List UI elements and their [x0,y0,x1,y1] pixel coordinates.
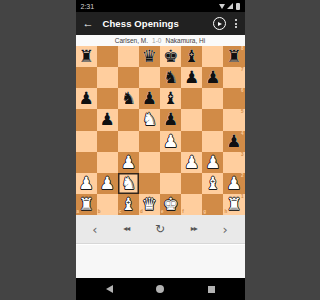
phone-screen: 2:31 ← Chess Openings Carlsen, M. 1-0 Na… [76,0,245,300]
white-player-name: Carlsen, M. [115,37,148,44]
chess-board: ♜♛♚♝♜8♞♟♟7♟♞♟♝6♟♞♟5♟♟4♟♟♟3♟♟♞♝♟2♜ab♝c♛d♚… [76,46,245,215]
square-h3[interactable]: 3 [223,152,244,173]
square-c4[interactable] [118,131,139,152]
white-pawn-g3: ♟ [205,154,220,171]
square-c1[interactable]: ♝c [118,194,139,215]
square-g6[interactable] [202,88,223,109]
square-b4[interactable] [97,131,118,152]
black-knight-e7: ♞ [163,69,178,86]
wifi-icon [219,4,225,9]
square-a2[interactable]: ♟ [76,173,97,194]
square-b2[interactable]: ♟ [97,173,118,194]
rank-label-4: 4 [241,132,244,137]
next-move-button[interactable]: › [222,223,227,236]
cellular-signal-icon [227,3,233,9]
overflow-menu-icon[interactable] [235,19,237,28]
black-pawn-h4: ♟ [226,133,241,150]
white-pawn-e4: ♟ [163,133,178,150]
white-pawn-h2: ♟ [226,175,241,192]
black-player-name: Nakamura, Hi [165,37,205,44]
rank-label-8: 8 [241,47,244,52]
square-f5[interactable] [181,109,202,130]
square-a7[interactable] [76,67,97,88]
square-a5[interactable] [76,109,97,130]
square-e6[interactable]: ♝ [160,88,181,109]
black-knight-c6: ♞ [121,90,136,107]
square-f8[interactable]: ♝ [181,46,202,67]
recents-square-icon[interactable] [208,286,215,293]
square-d5[interactable]: ♞ [139,109,160,130]
white-rook-a1: ♜ [78,196,93,213]
app-title: Chess Openings [103,18,179,29]
move-controls: ‹◂◂↻▸▸› [76,215,245,244]
square-g5[interactable] [202,109,223,130]
square-c3[interactable]: ♟ [118,152,139,173]
status-time: 2:31 [81,3,95,10]
square-c8[interactable] [118,46,139,67]
white-pawn-f3: ♟ [184,154,199,171]
rank-label-3: 3 [241,153,244,158]
square-g3[interactable]: ♟ [202,152,223,173]
app-bar: ← Chess Openings [76,12,245,35]
square-f2[interactable] [181,173,202,194]
square-f4[interactable] [181,131,202,152]
white-pawn-a2: ♟ [78,175,93,192]
square-g4[interactable] [202,131,223,152]
status-bar: 2:31 [76,0,245,12]
square-f6[interactable] [181,88,202,109]
square-h8[interactable]: ♜8 [223,46,244,67]
square-d1[interactable]: ♛d [139,194,160,215]
game-result: 1-0 [152,37,161,44]
android-nav-bar [76,278,245,300]
square-b5[interactable]: ♟ [97,109,118,130]
home-circle-icon[interactable] [156,285,164,293]
content-panel [76,244,245,278]
square-b3[interactable] [97,152,118,173]
rewind-to-start-button[interactable]: ◂◂ [123,225,129,233]
square-b8[interactable] [97,46,118,67]
white-queen-d1: ♛ [142,196,157,213]
play-circle-icon[interactable] [213,17,226,30]
square-d3[interactable] [139,152,160,173]
square-c2[interactable]: ♞ [118,173,139,194]
black-queen-d8: ♛ [142,48,157,65]
file-label-d: d [140,210,143,215]
square-g8[interactable] [202,46,223,67]
square-d6[interactable]: ♟ [139,88,160,109]
square-d2[interactable] [139,173,160,194]
square-d8[interactable]: ♛ [139,46,160,67]
black-pawn-g7: ♟ [205,69,220,86]
square-e4[interactable]: ♟ [160,131,181,152]
square-a8[interactable]: ♜ [76,46,97,67]
square-c7[interactable] [118,67,139,88]
square-h4[interactable]: ♟4 [223,131,244,152]
white-knight-c2: ♞ [121,175,136,192]
black-pawn-d6: ♟ [142,90,157,107]
rank-label-2: 2 [241,174,244,179]
square-b1[interactable]: b [97,194,118,215]
game-header: Carlsen, M. 1-0 Nakamura, Hi [76,35,245,46]
square-e1[interactable]: ♚e [160,194,181,215]
white-bishop-g2: ♝ [205,175,220,192]
file-label-f: f [182,210,184,215]
rank-label-7: 7 [241,68,244,73]
square-f1[interactable]: f [181,194,202,215]
square-b6[interactable] [97,88,118,109]
black-pawn-e5: ♟ [163,111,178,128]
square-b7[interactable] [97,67,118,88]
white-bishop-c1: ♝ [121,196,136,213]
black-king-e8: ♚ [163,48,178,65]
square-d4[interactable] [139,131,160,152]
status-icons [219,3,240,10]
battery-icon [236,3,240,10]
square-h6[interactable]: 6 [223,88,244,109]
square-f3[interactable]: ♟ [181,152,202,173]
black-pawn-b5: ♟ [100,111,115,128]
square-e2[interactable] [160,173,181,194]
file-label-g: g [203,210,206,215]
black-rook-a8: ♜ [78,48,93,65]
rank-label-6: 6 [241,89,244,94]
white-knight-d5: ♞ [142,111,157,128]
white-rook-h1: ♜ [226,196,241,213]
black-bishop-f8: ♝ [184,48,199,65]
square-e3[interactable] [160,152,181,173]
white-pawn-c3: ♟ [121,154,136,171]
fast-forward-button[interactable]: ▸▸ [191,225,197,233]
file-label-a: a [77,210,80,215]
file-label-e: e [161,210,164,215]
square-h1[interactable]: ♜1h [223,194,244,215]
reset-button[interactable]: ↻ [155,223,165,235]
file-label-h: h [224,210,227,215]
square-g2[interactable]: ♝ [202,173,223,194]
file-label-b: b [98,210,101,215]
black-pawn-a6: ♟ [78,90,93,107]
square-d7[interactable] [139,67,160,88]
rank-label-1: 1 [241,195,244,200]
black-pawn-f7: ♟ [184,69,199,86]
square-c5[interactable] [118,109,139,130]
square-a1[interactable]: ♜a [76,194,97,215]
square-g7[interactable]: ♟ [202,67,223,88]
square-h5[interactable]: 5 [223,109,244,130]
play-triangle [218,22,222,26]
square-a6[interactable]: ♟ [76,88,97,109]
white-king-e1: ♚ [163,196,178,213]
square-h2[interactable]: ♟2 [223,173,244,194]
square-c6[interactable]: ♞ [118,88,139,109]
square-a4[interactable] [76,131,97,152]
back-triangle-icon[interactable] [106,285,113,293]
black-rook-h8: ♜ [226,48,241,65]
square-g1[interactable]: g [202,194,223,215]
back-arrow-icon[interactable]: ← [83,18,94,29]
black-bishop-e6: ♝ [163,90,178,107]
square-a3[interactable] [76,152,97,173]
square-e5[interactable]: ♟ [160,109,181,130]
white-pawn-b2: ♟ [100,175,115,192]
square-e7[interactable]: ♞ [160,67,181,88]
square-e8[interactable]: ♚ [160,46,181,67]
square-f7[interactable]: ♟ [181,67,202,88]
rank-label-5: 5 [241,110,244,115]
square-h7[interactable]: 7 [223,67,244,88]
file-label-c: c [119,210,122,215]
previous-move-button[interactable]: ‹ [92,223,97,236]
